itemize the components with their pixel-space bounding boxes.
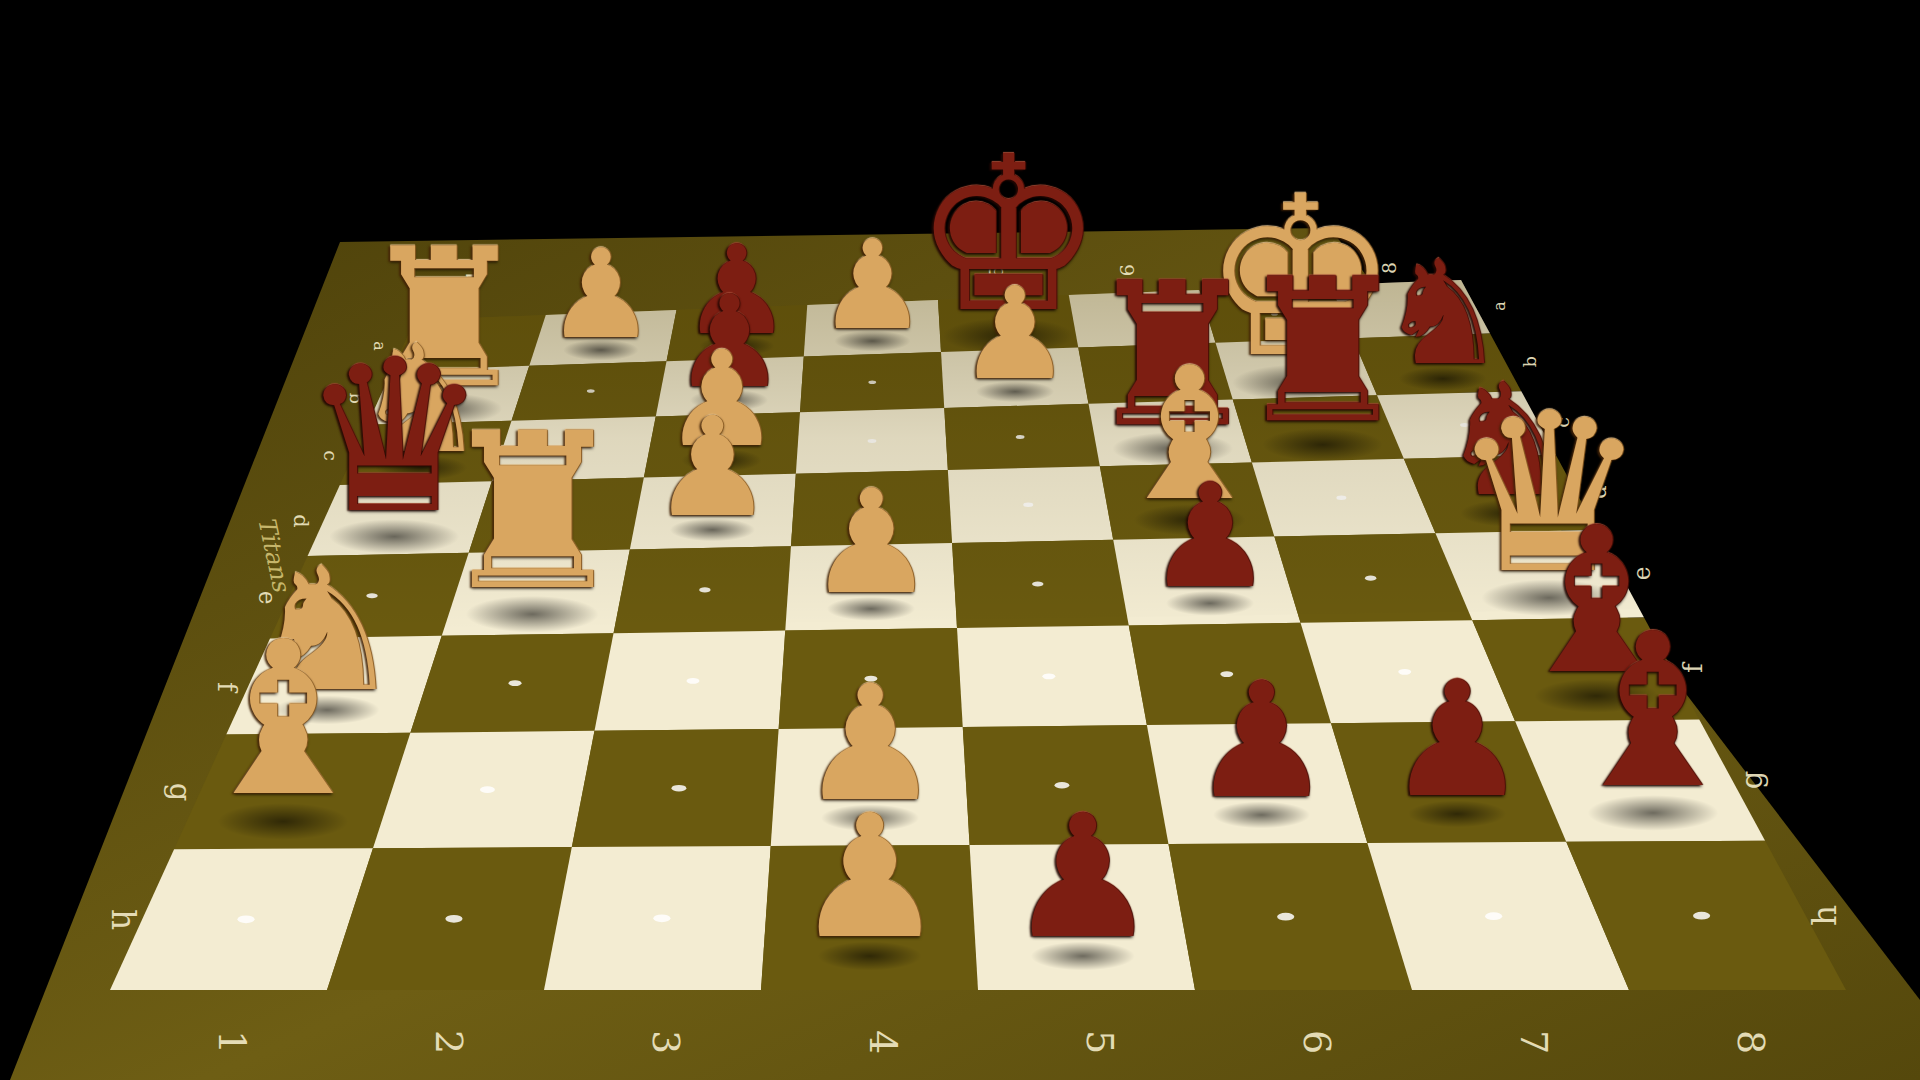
square-center-dot <box>653 914 670 922</box>
square-center-dot <box>1277 913 1294 921</box>
square-center-dot <box>1365 576 1376 581</box>
coord-bottom-7: 7 <box>1512 1030 1556 1054</box>
square-center-dot <box>671 785 686 792</box>
red-bishop-g8[interactable]: ♝ <box>1557 606 1748 819</box>
red-pawn-h5[interactable]: ♟ <box>1006 792 1158 962</box>
square-center-dot <box>868 439 877 443</box>
coord-bottom-1: 1 <box>210 1030 254 1054</box>
white-bishop-g1[interactable]: ♝ <box>188 615 379 828</box>
square-center-dot <box>237 915 254 923</box>
coord-bottom-8: 8 <box>1729 1030 1773 1054</box>
white-pawn-b5[interactable]: ♟ <box>958 270 1072 397</box>
coord-bottom-2: 2 <box>427 1030 471 1054</box>
red-pawn-g6[interactable]: ♟ <box>1190 662 1333 821</box>
square-center-dot <box>480 786 495 793</box>
square-center-dot <box>1693 912 1710 920</box>
chess-app-stage: 1234567812345678abcdefghabcdefgh ♚♟♟♟♞♚♟… <box>0 0 1920 1080</box>
square-center-dot <box>686 678 699 684</box>
square-center-dot <box>868 380 876 384</box>
square-center-dot <box>445 915 462 923</box>
coord-bottom-6: 6 <box>1295 1030 1339 1054</box>
coord-bottom-5: 5 <box>1078 1030 1122 1054</box>
red-pawn-g7[interactable]: ♟ <box>1386 660 1529 819</box>
square-center-dot <box>1016 435 1025 439</box>
square-center-dot <box>1032 581 1043 586</box>
coord-bottom-4: 4 <box>861 1030 905 1054</box>
coord-bottom-3: 3 <box>644 1030 688 1054</box>
white-pawn-a4[interactable]: ♟ <box>817 224 927 347</box>
coord-right-h: h <box>1805 905 1844 926</box>
white-pawn-a2[interactable]: ♟ <box>546 233 656 356</box>
white-pawn-e4[interactable]: ♟ <box>807 471 936 615</box>
square-center-dot <box>699 587 710 592</box>
white-rook-e2[interactable]: ♜ <box>436 405 629 620</box>
square-center-dot <box>1023 503 1033 507</box>
square-center-dot <box>1042 673 1055 679</box>
square-center-dot <box>1485 912 1502 920</box>
red-pawn-e6[interactable]: ♟ <box>1146 466 1275 610</box>
square-center-dot <box>509 680 522 686</box>
square-center-dot <box>1336 495 1346 499</box>
white-pawn-h4[interactable]: ♟ <box>793 792 945 962</box>
white-pawn-d3[interactable]: ♟ <box>651 399 774 536</box>
coord-left-h: h <box>104 909 143 930</box>
